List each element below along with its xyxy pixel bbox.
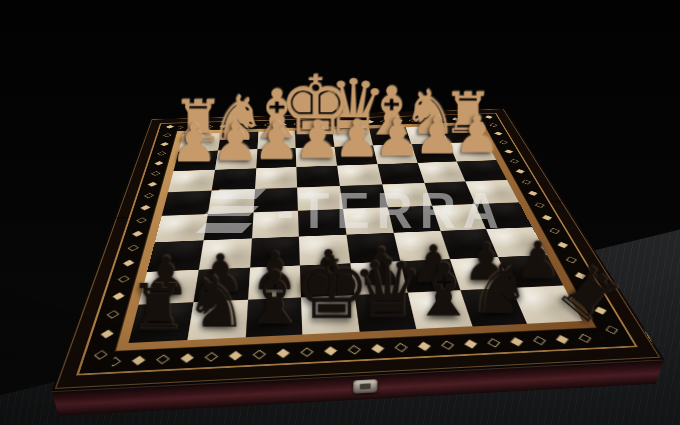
watermark-text: TERRA: [299, 186, 506, 236]
watermark-separator: -: [277, 186, 294, 236]
square-e8: ♚: [301, 295, 359, 334]
square-d2: ♟: [335, 145, 378, 165]
black-rook: ♜: [129, 276, 187, 341]
watermark: - TERRA: [196, 184, 506, 238]
white-pawn: ♟: [334, 112, 381, 164]
square-c3: [377, 163, 424, 185]
square-g2: ♟: [215, 149, 257, 169]
white-pawn: ♟: [171, 117, 218, 170]
watermark-logo-icon: [196, 188, 268, 234]
square-e2: ♟: [296, 147, 337, 167]
white-pawn: ♟: [293, 113, 340, 165]
square-f8: ♝: [245, 298, 303, 338]
square-f2: ♟: [256, 148, 297, 168]
white-pawn: ♟: [374, 111, 421, 163]
black-knight: ♞: [469, 255, 531, 324]
white-pawn: ♟: [414, 110, 461, 162]
case-latch-icon: [353, 379, 378, 394]
white-pawn: ♟: [212, 116, 259, 169]
white-pawn: ♟: [253, 114, 300, 167]
square-h2: ♟: [174, 150, 218, 171]
black-knight: ♞: [185, 267, 248, 338]
chess-case: ◆◇◆◇◆◇◆◇◆◇◆◇◆◇◆◇◆◇◆◇◆◇◆◇◆◇◆◇◆◇◆◇◆◇◆◇◆◇◆◇…: [51, 108, 664, 391]
square-g8: ♞: [187, 300, 247, 340]
black-bishop: ♝: [241, 261, 308, 335]
square-h8: ♜: [129, 302, 194, 342]
